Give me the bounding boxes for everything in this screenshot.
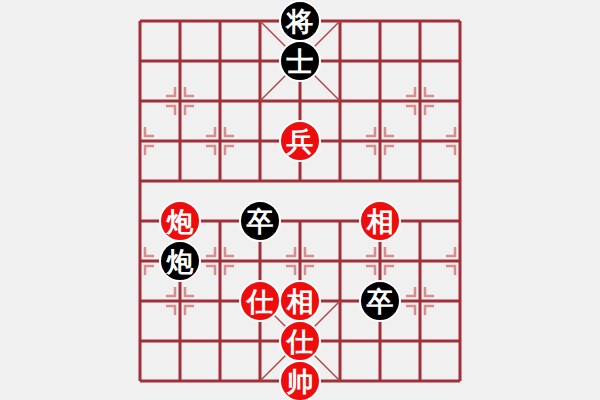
piece-black-pawn[interactable]: 卒: [239, 200, 281, 242]
xiangqi-app: 将士兵炮卒相炮仕相卒仕帅: [0, 0, 600, 400]
piece-red-advisor[interactable]: 仕: [239, 280, 281, 322]
piece-red-advisor[interactable]: 仕: [279, 320, 321, 362]
board-grid[interactable]: 将士兵炮卒相炮仕相卒仕帅: [120, 1, 480, 400]
piece-black-advisor[interactable]: 士: [279, 40, 321, 82]
screenshot-root: { "game": "xiangqi", "position": { "fen"…: [0, 0, 600, 400]
piece-red-elephant[interactable]: 相: [359, 200, 401, 242]
piece-black-general[interactable]: 将: [279, 0, 321, 42]
piece-black-pawn[interactable]: 卒: [359, 280, 401, 322]
piece-red-general[interactable]: 帅: [279, 360, 321, 400]
piece-black-cannon[interactable]: 炮: [159, 240, 201, 282]
piece-red-elephant[interactable]: 相: [279, 280, 321, 322]
piece-red-pawn[interactable]: 兵: [279, 120, 321, 162]
piece-red-cannon[interactable]: 炮: [159, 200, 201, 242]
